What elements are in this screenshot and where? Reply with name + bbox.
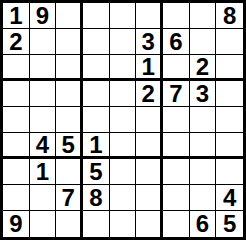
sudoku-board: 1982361227345115784965 [0,0,246,240]
cell-r4c1[interactable] [3,81,30,107]
cell-r5c4[interactable] [83,107,110,133]
cell-r6c7[interactable] [163,133,190,159]
cell-r1c3[interactable] [56,3,83,29]
cell-r7c1[interactable] [3,159,30,185]
cell-r6c8[interactable] [190,133,217,159]
cell-r9c4[interactable] [83,211,110,237]
cell-r1c4[interactable] [83,3,110,29]
cell-r8c8[interactable] [190,185,217,211]
cell-r1c8[interactable] [190,3,217,29]
cell-r3c6[interactable]: 1 [136,55,163,81]
cell-r3c1[interactable] [3,55,30,81]
cell-r7c3[interactable] [56,159,83,185]
cell-r1c1[interactable]: 1 [3,3,30,29]
cell-r8c5[interactable] [110,185,137,211]
cell-r6c9[interactable] [216,133,243,159]
cell-r5c2[interactable] [30,107,57,133]
cell-r5c8[interactable] [190,107,217,133]
cell-r7c9[interactable] [216,159,243,185]
cell-r4c3[interactable] [56,81,83,107]
cell-r4c4[interactable] [83,81,110,107]
cell-r3c9[interactable] [216,55,243,81]
cell-r8c9[interactable]: 4 [216,185,243,211]
cell-r1c5[interactable] [110,3,137,29]
cell-r6c3[interactable]: 5 [56,133,83,159]
cell-r3c3[interactable] [56,55,83,81]
cell-r2c8[interactable] [190,29,217,55]
cell-r8c1[interactable] [3,185,30,211]
cell-r2c2[interactable] [30,29,57,55]
cell-r2c4[interactable] [83,29,110,55]
cell-r3c4[interactable] [83,55,110,81]
cell-r4c5[interactable] [110,81,137,107]
cell-r4c8[interactable]: 3 [190,81,217,107]
cell-r5c6[interactable] [136,107,163,133]
cell-r5c1[interactable] [3,107,30,133]
cell-r3c7[interactable] [163,55,190,81]
cell-r1c9[interactable]: 8 [216,3,243,29]
cell-r2c7[interactable]: 6 [163,29,190,55]
cell-r7c7[interactable] [163,159,190,185]
cell-r3c2[interactable] [30,55,57,81]
cell-r3c5[interactable] [110,55,137,81]
cell-r6c2[interactable]: 4 [30,133,57,159]
cell-r8c4[interactable]: 8 [83,185,110,211]
cell-r2c9[interactable] [216,29,243,55]
cell-r7c8[interactable] [190,159,217,185]
cell-r9c2[interactable] [30,211,57,237]
cell-r7c4[interactable]: 5 [83,159,110,185]
cell-r2c6[interactable]: 3 [136,29,163,55]
cell-r8c6[interactable] [136,185,163,211]
cell-r9c7[interactable] [163,211,190,237]
cell-r1c2[interactable]: 9 [30,3,57,29]
cell-r2c3[interactable] [56,29,83,55]
cell-r4c7[interactable]: 7 [163,81,190,107]
cell-r5c7[interactable] [163,107,190,133]
cell-r4c6[interactable]: 2 [136,81,163,107]
cell-r9c9[interactable]: 5 [216,211,243,237]
cell-r2c5[interactable] [110,29,137,55]
cell-r1c7[interactable] [163,3,190,29]
cell-r2c1[interactable]: 2 [3,29,30,55]
cell-r9c6[interactable] [136,211,163,237]
cell-r7c6[interactable] [136,159,163,185]
cell-r6c4[interactable]: 1 [83,133,110,159]
cell-r9c1[interactable]: 9 [3,211,30,237]
cell-r8c7[interactable] [163,185,190,211]
cell-r7c2[interactable]: 1 [30,159,57,185]
cell-r8c3[interactable]: 7 [56,185,83,211]
cell-r7c5[interactable] [110,159,137,185]
cell-r8c2[interactable] [30,185,57,211]
cell-r9c5[interactable] [110,211,137,237]
cell-r4c2[interactable] [30,81,57,107]
cell-r6c5[interactable] [110,133,137,159]
cell-r1c6[interactable] [136,3,163,29]
cell-r5c5[interactable] [110,107,137,133]
cell-r4c9[interactable] [216,81,243,107]
cell-r9c3[interactable] [56,211,83,237]
cell-r3c8[interactable]: 2 [190,55,217,81]
cell-r5c9[interactable] [216,107,243,133]
cell-r6c6[interactable] [136,133,163,159]
cell-r9c8[interactable]: 6 [190,211,217,237]
cell-r6c1[interactable] [3,133,30,159]
cell-r5c3[interactable] [56,107,83,133]
